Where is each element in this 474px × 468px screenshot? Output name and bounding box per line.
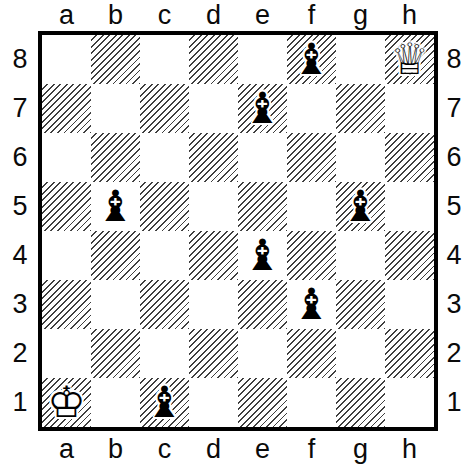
square-f5[interactable]: [287, 182, 336, 231]
rank-label-4-left: 4: [6, 231, 34, 280]
file-label-h-bottom: h: [385, 431, 434, 468]
square-a8[interactable]: [42, 35, 91, 84]
square-g4[interactable]: [336, 231, 385, 280]
square-e3[interactable]: [238, 280, 287, 329]
square-c4[interactable]: [140, 231, 189, 280]
square-h2[interactable]: [385, 329, 434, 378]
piece-black-bishop[interactable]: ♝: [287, 280, 336, 329]
piece-black-bishop[interactable]: ♝: [140, 378, 189, 427]
rank-label-7-right: 7: [440, 84, 468, 133]
file-label-c-top: c: [140, 0, 189, 31]
square-a2[interactable]: [42, 329, 91, 378]
square-f8[interactable]: ♝: [287, 35, 336, 84]
file-label-e-top: e: [238, 0, 287, 31]
square-f3[interactable]: ♝: [287, 280, 336, 329]
file-label-a-bottom: a: [42, 431, 91, 468]
rank-label-5-left: 5: [6, 182, 34, 231]
chess-diagram: abcdefgh 87654321 ♝♛♕♝♝♝♝♝♚♔♝ 87654321 a…: [0, 0, 474, 468]
piece-black-bishop[interactable]: ♝: [91, 182, 140, 231]
square-d7[interactable]: [189, 84, 238, 133]
file-labels-bottom: abcdefgh: [42, 431, 434, 468]
square-g5[interactable]: ♝: [336, 182, 385, 231]
square-a4[interactable]: [42, 231, 91, 280]
file-label-g-top: g: [336, 0, 385, 31]
square-d4[interactable]: [189, 231, 238, 280]
square-c3[interactable]: [140, 280, 189, 329]
square-f1[interactable]: [287, 378, 336, 427]
piece-glyph: ♕: [390, 34, 429, 84]
file-labels-top: abcdefgh: [42, 0, 434, 31]
square-b4[interactable]: [91, 231, 140, 280]
file-label-a-top: a: [42, 0, 91, 31]
rank-label-6-right: 6: [440, 133, 468, 182]
square-d3[interactable]: [189, 280, 238, 329]
square-g3[interactable]: [336, 280, 385, 329]
square-b5[interactable]: ♝: [91, 182, 140, 231]
piece-glyph: ♝: [292, 34, 331, 84]
square-c5[interactable]: [140, 182, 189, 231]
square-g6[interactable]: [336, 133, 385, 182]
square-c1[interactable]: ♝: [140, 378, 189, 427]
rank-label-4-right: 4: [440, 231, 468, 280]
square-e1[interactable]: [238, 378, 287, 427]
square-b7[interactable]: [91, 84, 140, 133]
file-label-h-top: h: [385, 0, 434, 31]
square-f4[interactable]: [287, 231, 336, 280]
square-g7[interactable]: [336, 84, 385, 133]
square-e2[interactable]: [238, 329, 287, 378]
square-f7[interactable]: [287, 84, 336, 133]
square-h1[interactable]: [385, 378, 434, 427]
square-d5[interactable]: [189, 182, 238, 231]
square-h3[interactable]: [385, 280, 434, 329]
rank-label-7-left: 7: [6, 84, 34, 133]
square-a5[interactable]: [42, 182, 91, 231]
rank-label-8-right: 8: [440, 35, 468, 84]
rank-label-3-left: 3: [6, 280, 34, 329]
rank-labels-right: 87654321: [440, 35, 468, 427]
square-e7[interactable]: ♝: [238, 84, 287, 133]
file-label-d-bottom: d: [189, 431, 238, 468]
square-a7[interactable]: [42, 84, 91, 133]
piece-glyph: ♔: [47, 377, 86, 427]
piece-glyph: ♝: [145, 377, 184, 427]
file-label-b-top: b: [91, 0, 140, 31]
piece-black-bishop[interactable]: ♝: [238, 84, 287, 133]
square-g1[interactable]: [336, 378, 385, 427]
square-b8[interactable]: [91, 35, 140, 84]
square-h6[interactable]: [385, 133, 434, 182]
piece-glyph: ♝: [243, 230, 282, 280]
rank-label-2-right: 2: [440, 329, 468, 378]
piece-black-bishop[interactable]: ♝: [336, 182, 385, 231]
square-d8[interactable]: [189, 35, 238, 84]
square-a3[interactable]: [42, 280, 91, 329]
file-label-b-bottom: b: [91, 431, 140, 468]
square-f2[interactable]: [287, 329, 336, 378]
square-d6[interactable]: [189, 133, 238, 182]
square-c6[interactable]: [140, 133, 189, 182]
chessboard: ♝♛♕♝♝♝♝♝♚♔♝: [38, 31, 438, 431]
square-c7[interactable]: [140, 84, 189, 133]
piece-glyph: ♝: [341, 181, 380, 231]
rank-label-3-right: 3: [440, 280, 468, 329]
file-label-f-bottom: f: [287, 431, 336, 468]
square-b1[interactable]: [91, 378, 140, 427]
rank-label-1-left: 1: [6, 378, 34, 427]
piece-glyph: ♝: [292, 279, 331, 329]
square-b3[interactable]: [91, 280, 140, 329]
piece-black-bishop[interactable]: ♝: [287, 35, 336, 84]
square-e4[interactable]: ♝: [238, 231, 287, 280]
piece-white-king[interactable]: ♚♔: [42, 378, 91, 427]
square-g2[interactable]: [336, 329, 385, 378]
rank-label-8-left: 8: [6, 35, 34, 84]
square-d2[interactable]: [189, 329, 238, 378]
rank-label-2-left: 2: [6, 329, 34, 378]
square-a1[interactable]: ♚♔: [42, 378, 91, 427]
file-label-c-bottom: c: [140, 431, 189, 468]
rank-label-5-right: 5: [440, 182, 468, 231]
square-c8[interactable]: [140, 35, 189, 84]
square-h5[interactable]: [385, 182, 434, 231]
square-d1[interactable]: [189, 378, 238, 427]
piece-black-bishop[interactable]: ♝: [238, 231, 287, 280]
square-h4[interactable]: [385, 231, 434, 280]
rank-label-6-left: 6: [6, 133, 34, 182]
square-e5[interactable]: [238, 182, 287, 231]
square-a6[interactable]: [42, 133, 91, 182]
rank-labels-left: 87654321: [6, 35, 34, 427]
square-g8[interactable]: [336, 35, 385, 84]
rank-label-1-right: 1: [440, 378, 468, 427]
square-f6[interactable]: [287, 133, 336, 182]
file-label-e-bottom: e: [238, 431, 287, 468]
square-b6[interactable]: [91, 133, 140, 182]
square-h7[interactable]: [385, 84, 434, 133]
file-label-g-bottom: g: [336, 431, 385, 468]
file-label-d-top: d: [189, 0, 238, 31]
piece-glyph: ♝: [243, 83, 282, 133]
square-e6[interactable]: [238, 133, 287, 182]
square-h8[interactable]: ♛♕: [385, 35, 434, 84]
piece-white-queen[interactable]: ♛♕: [385, 35, 434, 84]
piece-glyph: ♝: [96, 181, 135, 231]
file-label-f-top: f: [287, 0, 336, 31]
square-b2[interactable]: [91, 329, 140, 378]
square-c2[interactable]: [140, 329, 189, 378]
square-e8[interactable]: [238, 35, 287, 84]
